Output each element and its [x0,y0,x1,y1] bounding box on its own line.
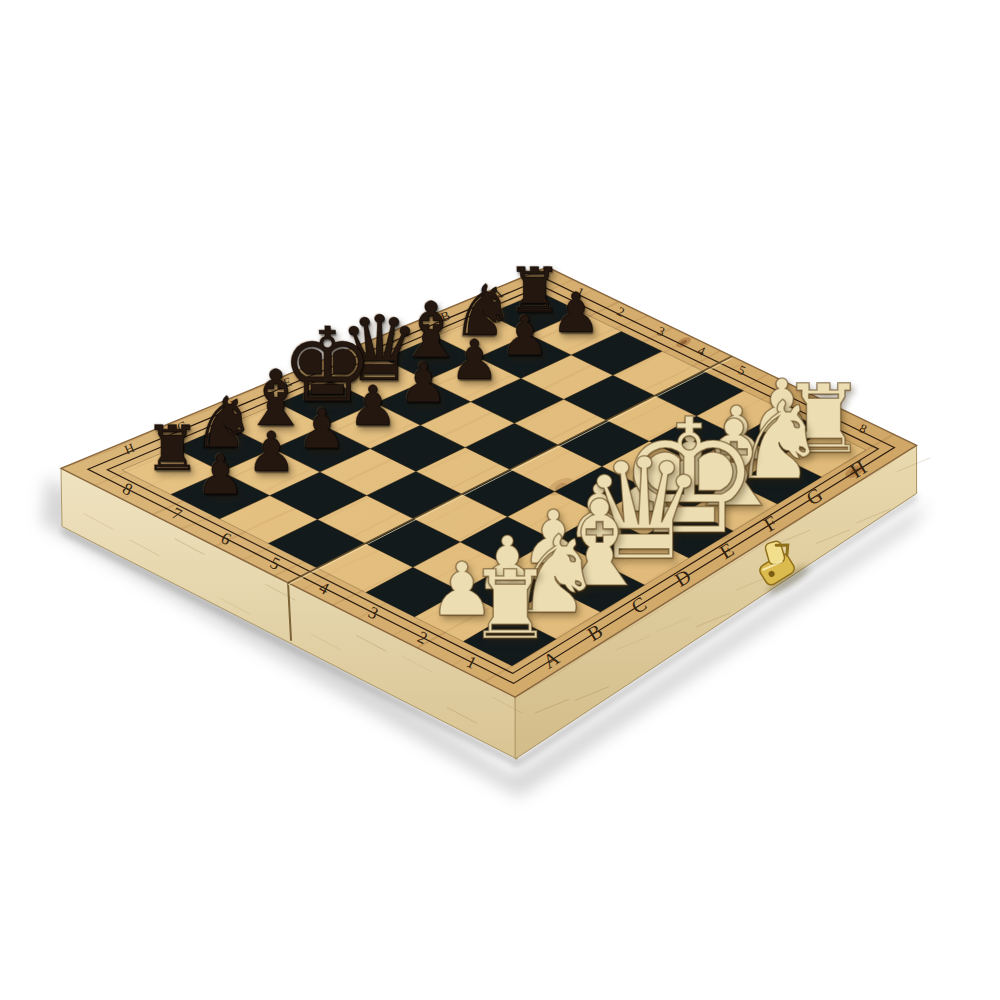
piece-white-rook[interactable]: ♜ [467,559,552,654]
piece-black-pawn[interactable]: ♟ [500,309,549,364]
black-pawn-glyph: ♟ [247,425,296,480]
black-pawn-glyph: ♟ [399,355,448,410]
piece-black-pawn[interactable]: ♟ [551,286,600,341]
piece-black-pawn[interactable]: ♟ [247,425,296,480]
piece-black-pawn[interactable]: ♟ [399,355,448,410]
black-pawn-glyph: ♟ [450,332,499,387]
board-svg: ABCDEFGH8765432112345678HGFEDCBA [0,0,1000,1000]
white-rook-glyph: ♜ [467,559,552,654]
piece-black-pawn[interactable]: ♟ [450,332,499,387]
black-pawn-glyph: ♟ [348,378,397,433]
chess-set-photo: ABCDEFGH8765432112345678HGFEDCBA ♜♟♞♟♝♟♛… [0,0,1000,1000]
black-pawn-glyph: ♟ [196,448,245,503]
piece-black-pawn[interactable]: ♟ [348,378,397,433]
black-pawn-glyph: ♟ [297,402,346,457]
piece-black-pawn[interactable]: ♟ [196,448,245,503]
black-pawn-glyph: ♟ [500,309,549,364]
black-rook-glyph: ♜ [145,418,201,480]
piece-black-rook[interactable]: ♜ [145,418,201,480]
piece-black-pawn[interactable]: ♟ [297,402,346,457]
black-pawn-glyph: ♟ [551,286,600,341]
